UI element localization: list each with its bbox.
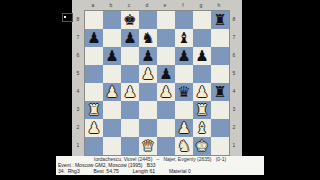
square-b4[interactable]: ♟ [103,83,121,101]
square-a3[interactable]: ♜ [85,101,103,119]
square-g5[interactable] [193,65,211,83]
square-h2[interactable] [211,119,229,137]
square-g2[interactable]: ♝ [193,119,211,137]
piece-black-pawn[interactable]: ♟ [87,29,100,47]
rank-label-3: 3 [73,100,83,118]
rank-label-6: 6 [73,46,83,64]
square-a8[interactable] [85,11,103,29]
piece-white-knight[interactable]: ♞ [177,137,190,155]
square-e5[interactable]: ♟ [157,65,175,83]
square-e8[interactable] [157,11,175,29]
square-h7[interactable] [211,29,229,47]
piece-white-pawn[interactable]: ♟ [177,119,190,137]
square-a6[interactable] [85,47,103,65]
piece-white-queen[interactable]: ♛ [141,137,154,155]
piece-black-rook[interactable]: ♜ [213,11,226,29]
square-d5[interactable]: ♟ [139,65,157,83]
rank-labels-right: 87654321 [229,10,239,154]
rank-labels-left: 87654321 [73,10,83,154]
square-b5[interactable] [103,65,121,83]
square-a4[interactable] [85,83,103,101]
square-e1[interactable] [157,137,175,155]
piece-black-pawn[interactable]: ♟ [123,29,136,47]
rank-label-4: 4 [229,82,239,100]
square-g8[interactable] [193,11,211,29]
square-b2[interactable] [103,119,121,137]
video-frame: abcdefgh abcdefgh 87654321 87654321 ♚♜♟♟… [0,0,320,180]
piece-black-queen[interactable]: ♛ [177,83,190,101]
square-h1[interactable] [211,137,229,155]
file-label-b: b [102,1,120,10]
piece-black-king[interactable]: ♚ [123,11,136,29]
rank-label-2: 2 [229,118,239,136]
square-h4[interactable]: ♜ [211,83,229,101]
square-d6[interactable]: ♟ [139,47,157,65]
square-e7[interactable] [157,29,175,47]
file-label-h: h [210,1,228,10]
rank-label-2: 2 [73,118,83,136]
square-f3[interactable] [175,101,193,119]
square-c3[interactable] [121,101,139,119]
piece-white-rook[interactable]: ♜ [87,101,100,119]
square-h6[interactable] [211,47,229,65]
square-c1[interactable] [121,137,139,155]
rank-label-5: 5 [73,64,83,82]
piece-black-knight[interactable]: ♞ [141,29,154,47]
chess-board[interactable]: ♚♜♟♟♞♝♟♟♟♟♟♟♟♟♟♛♟♜♜♜♟♟♝♛♞♚ [84,10,230,156]
file-label-a: a [84,1,102,10]
piece-white-pawn[interactable]: ♟ [141,65,154,83]
square-f5[interactable] [175,65,193,83]
piece-black-pawn[interactable]: ♟ [195,47,208,65]
file-label-e: e [156,1,174,10]
square-d2[interactable] [139,119,157,137]
square-g6[interactable]: ♟ [193,47,211,65]
square-h3[interactable] [211,101,229,119]
board-frame: abcdefgh abcdefgh 87654321 87654321 ♚♜♟♟… [72,0,242,156]
rank-label-7: 7 [229,28,239,46]
piece-white-king[interactable]: ♚ [195,137,208,155]
square-f8[interactable] [175,11,193,29]
rank-label-3: 3 [229,100,239,118]
square-d7[interactable]: ♞ [139,29,157,47]
square-e2[interactable] [157,119,175,137]
rank-label-8: 8 [73,10,83,28]
square-d3[interactable] [139,101,157,119]
square-d8[interactable] [139,11,157,29]
square-g7[interactable] [193,29,211,47]
square-d1[interactable]: ♛ [139,137,157,155]
file-label-f: f [174,1,192,10]
square-c6[interactable] [121,47,139,65]
move-info-line: 34. Rhg3 Best 54.75 Length 61 Material 0 [56,168,264,174]
square-e4[interactable]: ♟ [157,83,175,101]
square-e6[interactable] [157,47,175,65]
piece-black-pawn[interactable]: ♟ [177,47,190,65]
square-d4[interactable] [139,83,157,101]
square-b1[interactable] [103,137,121,155]
square-c4[interactable]: ♟ [121,83,139,101]
piece-white-pawn[interactable]: ♟ [195,83,208,101]
square-c5[interactable] [121,65,139,83]
file-labels-top: abcdefgh [84,1,228,10]
piece-white-pawn[interactable]: ♟ [87,119,100,137]
rank-label-8: 8 [229,10,239,28]
rank-label-5: 5 [229,64,239,82]
square-f7[interactable]: ♝ [175,29,193,47]
piece-white-pawn[interactable]: ♟ [105,83,118,101]
rank-label-6: 6 [229,46,239,64]
square-c2[interactable] [121,119,139,137]
square-c7[interactable]: ♟ [121,29,139,47]
piece-black-pawn[interactable]: ♟ [105,47,118,65]
piece-white-pawn[interactable]: ♟ [123,83,136,101]
file-label-g: g [192,1,210,10]
square-a1[interactable] [85,137,103,155]
piece-black-pawn[interactable]: ♟ [141,47,154,65]
caption-footer: Iordachescu, Viorel (2445) – Najer, Evge… [56,156,264,175]
piece-black-bishop[interactable]: ♝ [177,29,190,47]
square-h5[interactable] [211,65,229,83]
square-g1[interactable]: ♚ [193,137,211,155]
square-f6[interactable]: ♟ [175,47,193,65]
square-h8[interactable]: ♜ [211,11,229,29]
piece-white-bishop[interactable]: ♝ [195,119,208,137]
square-a2[interactable]: ♟ [85,119,103,137]
square-f4[interactable]: ♛ [175,83,193,101]
square-b7[interactable] [103,29,121,47]
square-a5[interactable] [85,65,103,83]
square-g3[interactable]: ♜ [193,101,211,119]
black-to-move-indicator [62,13,73,22]
square-b3[interactable] [103,101,121,119]
piece-black-rook[interactable]: ♜ [213,83,226,101]
square-f1[interactable]: ♞ [175,137,193,155]
rank-label-7: 7 [73,28,83,46]
file-label-c: c [120,1,138,10]
rank-label-4: 4 [73,82,83,100]
square-f2[interactable]: ♟ [175,119,193,137]
square-g4[interactable]: ♟ [193,83,211,101]
piece-black-pawn[interactable]: ♟ [159,65,172,83]
square-c8[interactable]: ♚ [121,11,139,29]
file-label-d: d [138,1,156,10]
square-a7[interactable]: ♟ [85,29,103,47]
rank-label-1: 1 [73,136,83,154]
square-e3[interactable] [157,101,175,119]
piece-white-rook[interactable]: ♜ [195,101,208,119]
piece-white-pawn[interactable]: ♟ [159,83,172,101]
square-b8[interactable] [103,11,121,29]
rank-label-1: 1 [229,136,239,154]
square-b6[interactable]: ♟ [103,47,121,65]
